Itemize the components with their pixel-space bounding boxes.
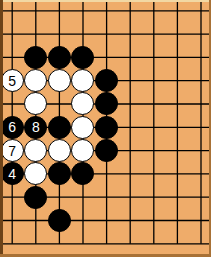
board-point-c3-r10 bbox=[48, 209, 72, 232]
white-stone bbox=[24, 162, 47, 185]
board-point-c5-r7 bbox=[95, 139, 119, 162]
board-point-c8-r11 bbox=[166, 232, 190, 255]
board-point-c5-r2 bbox=[95, 22, 119, 45]
board-point-c7-r4 bbox=[142, 69, 166, 92]
board-point-c2-r11 bbox=[24, 232, 48, 255]
board-point-c2-r6: 8 bbox=[24, 116, 48, 139]
board-point-c4-r10 bbox=[71, 209, 95, 232]
board-point-c3-r8 bbox=[48, 162, 72, 185]
board-point-c5-r6 bbox=[95, 116, 119, 139]
board-point-c2-r3 bbox=[24, 46, 48, 69]
black-stone bbox=[95, 92, 118, 115]
black-stone bbox=[24, 186, 47, 209]
board-point-c8-r1 bbox=[166, 0, 190, 22]
board-point-c3-r11 bbox=[48, 232, 72, 255]
board-point-c5-r3 bbox=[95, 46, 119, 69]
black-stone bbox=[48, 46, 71, 69]
board-point-c7-r7 bbox=[142, 139, 166, 162]
move-number-label: 4 bbox=[8, 167, 16, 181]
white-stone-7: 7 bbox=[1, 139, 24, 162]
board-point-c7-r3 bbox=[142, 46, 166, 69]
white-stone bbox=[24, 92, 47, 115]
black-stone bbox=[95, 69, 118, 92]
black-stone bbox=[48, 209, 71, 232]
move-number-label: 5 bbox=[8, 74, 16, 88]
board-point-c8-r2 bbox=[166, 22, 190, 45]
black-stone bbox=[48, 162, 71, 185]
board-point-c5-r5 bbox=[95, 92, 119, 115]
board-point-c2-r2 bbox=[24, 22, 48, 45]
white-stone bbox=[48, 139, 71, 162]
board-point-c9-r3 bbox=[189, 46, 211, 69]
black-stone-8: 8 bbox=[24, 116, 47, 139]
board-point-c9-r11 bbox=[189, 232, 211, 255]
board-point-c7-r6 bbox=[142, 116, 166, 139]
move-number-label: 7 bbox=[8, 144, 16, 158]
board-point-c8-r7 bbox=[166, 139, 190, 162]
board-point-c6-r8 bbox=[118, 162, 142, 185]
board-point-c7-r1 bbox=[142, 0, 166, 22]
white-stone-5: 5 bbox=[1, 69, 24, 92]
board-point-c8-r3 bbox=[166, 46, 190, 69]
board-point-c6-r9 bbox=[118, 185, 142, 208]
board-point-c3-r3 bbox=[48, 46, 72, 69]
board-point-c4-r11 bbox=[71, 232, 95, 255]
board-point-c7-r8 bbox=[142, 162, 166, 185]
board-point-c6-r2 bbox=[118, 22, 142, 45]
go-board: 56874 bbox=[0, 0, 211, 255]
board-point-c6-r7 bbox=[118, 139, 142, 162]
frame-edge-left bbox=[0, 0, 3, 257]
board-point-c1-r11 bbox=[0, 232, 24, 255]
board-point-c2-r5 bbox=[24, 92, 48, 115]
board-point-c1-r1 bbox=[0, 0, 24, 22]
board-point-c3-r2 bbox=[48, 22, 72, 45]
board-point-c1-r8: 4 bbox=[0, 162, 24, 185]
board-point-c5-r9 bbox=[95, 185, 119, 208]
board-point-c2-r4 bbox=[24, 69, 48, 92]
board-point-c7-r10 bbox=[142, 209, 166, 232]
white-stone bbox=[24, 69, 47, 92]
board-point-c6-r10 bbox=[118, 209, 142, 232]
move-number-label: 8 bbox=[32, 120, 40, 134]
board-point-c2-r1 bbox=[24, 0, 48, 22]
board-point-c1-r4: 5 bbox=[0, 69, 24, 92]
board-point-c4-r1 bbox=[71, 0, 95, 22]
board-point-c4-r7 bbox=[71, 139, 95, 162]
board-point-c6-r5 bbox=[118, 92, 142, 115]
board-point-c9-r8 bbox=[189, 162, 211, 185]
white-stone bbox=[71, 116, 94, 139]
board-point-c6-r4 bbox=[118, 69, 142, 92]
board-point-c9-r4 bbox=[189, 69, 211, 92]
board-point-c2-r9 bbox=[24, 185, 48, 208]
board-point-c9-r6 bbox=[189, 116, 211, 139]
board-point-c7-r5 bbox=[142, 92, 166, 115]
board-point-c3-r1 bbox=[48, 0, 72, 22]
board-point-c7-r2 bbox=[142, 22, 166, 45]
board-point-c3-r4 bbox=[48, 69, 72, 92]
board-point-c2-r7 bbox=[24, 139, 48, 162]
board-point-c5-r4 bbox=[95, 69, 119, 92]
board-point-c5-r1 bbox=[95, 0, 119, 22]
board-point-c4-r6 bbox=[71, 116, 95, 139]
board-point-c5-r11 bbox=[95, 232, 119, 255]
board-point-c6-r11 bbox=[118, 232, 142, 255]
board-point-c2-r10 bbox=[24, 209, 48, 232]
board-point-c4-r2 bbox=[71, 22, 95, 45]
board-point-c1-r2 bbox=[0, 22, 24, 45]
move-number-label: 6 bbox=[8, 120, 16, 134]
board-point-c9-r7 bbox=[189, 139, 211, 162]
black-stone bbox=[48, 116, 71, 139]
black-stone bbox=[95, 139, 118, 162]
board-point-c9-r9 bbox=[189, 185, 211, 208]
board-point-c8-r4 bbox=[166, 69, 190, 92]
board-point-c4-r5 bbox=[71, 92, 95, 115]
black-stone bbox=[95, 116, 118, 139]
white-stone bbox=[71, 69, 94, 92]
board-point-c4-r3 bbox=[71, 46, 95, 69]
board-point-c1-r7: 7 bbox=[0, 139, 24, 162]
board-point-c6-r1 bbox=[118, 0, 142, 22]
board-point-c4-r9 bbox=[71, 185, 95, 208]
white-stone bbox=[48, 69, 71, 92]
board-point-c4-r4 bbox=[71, 69, 95, 92]
board-point-c1-r10 bbox=[0, 209, 24, 232]
black-stone bbox=[71, 162, 94, 185]
board-point-c2-r8 bbox=[24, 162, 48, 185]
board-point-c6-r6 bbox=[118, 116, 142, 139]
board-point-c9-r5 bbox=[189, 92, 211, 115]
black-stone-4: 4 bbox=[1, 162, 24, 185]
board-point-c1-r3 bbox=[0, 46, 24, 69]
board-point-c9-r2 bbox=[189, 22, 211, 45]
board-point-c3-r6 bbox=[48, 116, 72, 139]
frame-edge-top bbox=[0, 0, 211, 2]
board-point-c3-r7 bbox=[48, 139, 72, 162]
board-point-c7-r9 bbox=[142, 185, 166, 208]
board-point-c6-r3 bbox=[118, 46, 142, 69]
board-point-c8-r5 bbox=[166, 92, 190, 115]
board-point-c8-r8 bbox=[166, 162, 190, 185]
board-point-c5-r10 bbox=[95, 209, 119, 232]
board-point-c8-r9 bbox=[166, 185, 190, 208]
frame-edge-right bbox=[209, 0, 211, 257]
board-point-c9-r10 bbox=[189, 209, 211, 232]
go-diagram: 56874 bbox=[0, 0, 211, 257]
board-point-c1-r9 bbox=[0, 185, 24, 208]
white-stone bbox=[71, 139, 94, 162]
board-point-c5-r8 bbox=[95, 162, 119, 185]
black-stone-6: 6 bbox=[1, 116, 24, 139]
board-point-c7-r11 bbox=[142, 232, 166, 255]
board-point-c3-r9 bbox=[48, 185, 72, 208]
board-point-c8-r6 bbox=[166, 116, 190, 139]
board-point-c3-r5 bbox=[48, 92, 72, 115]
white-stone bbox=[24, 139, 47, 162]
black-stone bbox=[71, 46, 94, 69]
black-stone bbox=[24, 46, 47, 69]
board-point-c8-r10 bbox=[166, 209, 190, 232]
board-point-c1-r6: 6 bbox=[0, 116, 24, 139]
board-point-c1-r5 bbox=[0, 92, 24, 115]
white-stone bbox=[71, 92, 94, 115]
board-point-c9-r1 bbox=[189, 0, 211, 22]
board-point-c4-r8 bbox=[71, 162, 95, 185]
